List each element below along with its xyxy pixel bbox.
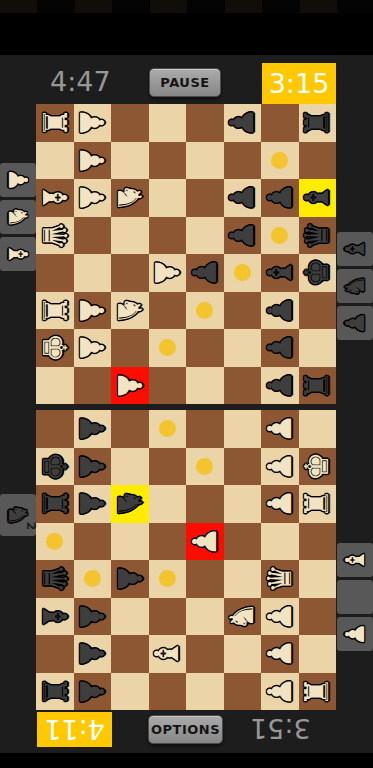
square-r4c6[interactable] (224, 523, 262, 561)
square-r1c1[interactable] (36, 410, 74, 448)
captured-piece-slot: ♝ (337, 543, 373, 577)
square-r1c8[interactable]: ♜ (299, 104, 337, 142)
square-r4c8[interactable] (299, 523, 337, 561)
piece-bP: ♟ (74, 676, 111, 706)
move-hint-dot[interactable] (159, 420, 176, 437)
square-r8c1[interactable] (36, 367, 74, 405)
captured-piece-slot: ♟ (337, 617, 373, 651)
square-r4c5[interactable] (186, 217, 224, 255)
square-r2c4[interactable] (149, 448, 187, 486)
square-r8c7[interactable]: ♟ (261, 673, 299, 711)
piece-wQ: ♛ (261, 564, 298, 594)
bottom-bar: 4:11 OPTIONS 3:51 (0, 708, 373, 758)
top-board-right-capture-tray: ♝♞♟ (337, 232, 373, 340)
square-r8c7[interactable]: ♟ (261, 367, 299, 405)
square-r4c1[interactable] (36, 523, 74, 561)
piece-wN: ♞ (111, 295, 148, 325)
square-r6c7[interactable]: ♟ (261, 598, 299, 636)
piece-bB: ♝ (299, 183, 336, 213)
square-r6c8[interactable] (299, 598, 337, 636)
piece-wP: ♟ (74, 183, 111, 213)
square-r3c7[interactable]: ♟ (261, 485, 299, 523)
piece-bN: ♞ (111, 489, 148, 519)
square-r8c5[interactable] (186, 673, 224, 711)
piece-wP: ♟ (74, 108, 111, 138)
bottom-right-timer: 3:51 (250, 713, 311, 744)
options-button[interactable]: OPTIONS (148, 715, 223, 744)
square-r7c7[interactable]: ♟ (261, 329, 299, 367)
bottom-left-timer-active: 4:11 (37, 712, 112, 747)
square-r6c7[interactable]: ♟ (261, 292, 299, 330)
square-r5c3[interactable] (111, 254, 149, 292)
captured-piece-bN: ♞ (340, 274, 370, 297)
square-r4c5[interactable]: ♟ (186, 523, 224, 561)
piece-wR: ♜ (299, 676, 336, 706)
square-r8c2[interactable]: ♟ (74, 673, 112, 711)
captured-piece-bP: ♟ (340, 311, 370, 334)
square-r7c3[interactable] (111, 329, 149, 367)
piece-bK: ♚ (299, 258, 336, 288)
square-r8c3[interactable] (111, 673, 149, 711)
square-r1c2[interactable]: ♟ (74, 410, 112, 448)
square-r6c5[interactable] (186, 598, 224, 636)
captured-piece-slot: ♞ (337, 269, 373, 303)
captured-piece-bB: ♝ (340, 237, 370, 260)
square-r4c4[interactable] (149, 523, 187, 561)
captured-piece-wN: ♞ (3, 205, 33, 228)
square-r1c4[interactable] (149, 410, 187, 448)
square-r3c5[interactable] (186, 179, 224, 217)
square-r5c2[interactable] (74, 254, 112, 292)
square-r4c2[interactable] (74, 217, 112, 255)
piece-wP: ♟ (186, 526, 223, 556)
square-r2c4[interactable] (149, 142, 187, 180)
square-r2c3[interactable] (111, 142, 149, 180)
square-r1c6[interactable]: ♟ (224, 104, 262, 142)
piece-bP: ♟ (74, 489, 111, 519)
piece-wP: ♟ (261, 489, 298, 519)
square-r1c1[interactable]: ♜ (36, 104, 74, 142)
piece-wR: ♜ (36, 295, 73, 325)
square-r5c4[interactable] (149, 560, 187, 598)
captured-piece-slot: ♟ (0, 163, 36, 197)
piece-bP: ♟ (186, 258, 223, 288)
square-r6c6[interactable] (224, 292, 262, 330)
move-hint-dot[interactable] (159, 339, 176, 356)
square-r4c1[interactable]: ♛ (36, 217, 74, 255)
square-r5c6[interactable] (224, 560, 262, 598)
piece-wK: ♚ (36, 333, 73, 363)
captured-piece-wB: ♝ (340, 548, 370, 571)
square-r3c2[interactable]: ♟ (74, 485, 112, 523)
square-r4c4[interactable] (149, 217, 187, 255)
square-r7c2[interactable]: ♟ (74, 635, 112, 673)
piece-bQ: ♛ (299, 220, 336, 250)
square-r7c4[interactable] (149, 329, 187, 367)
square-r8c8[interactable]: ♜ (299, 673, 337, 711)
square-r3c3[interactable]: ♞ (111, 485, 149, 523)
square-r7c5[interactable] (186, 329, 224, 367)
square-r6c4[interactable] (149, 598, 187, 636)
move-hint-dot[interactable] (271, 152, 288, 169)
square-r7c1[interactable] (36, 635, 74, 673)
piece-bP: ♟ (74, 639, 111, 669)
piece-wP: ♟ (74, 333, 111, 363)
move-hint-dot[interactable] (271, 227, 288, 244)
square-r4c7[interactable] (261, 217, 299, 255)
piece-wP: ♟ (261, 639, 298, 669)
square-r3c8[interactable]: ♜ (299, 485, 337, 523)
square-r2c8[interactable] (299, 142, 337, 180)
piece-bP: ♟ (261, 370, 298, 400)
square-r3c2[interactable]: ♟ (74, 179, 112, 217)
square-r7c4[interactable]: ♝ (149, 635, 187, 673)
square-r2c1[interactable]: ♚ (36, 448, 74, 486)
square-r2c5[interactable] (186, 142, 224, 180)
square-r6c5[interactable] (186, 292, 224, 330)
square-r8c6[interactable] (224, 367, 262, 405)
square-r1c2[interactable]: ♟ (74, 104, 112, 142)
square-r4c3[interactable] (111, 523, 149, 561)
square-r7c1[interactable]: ♚ (36, 329, 74, 367)
square-r8c3[interactable]: ♟ (111, 367, 149, 405)
captured-piece-slot: ♞2 (0, 494, 36, 536)
piece-wP: ♟ (261, 601, 298, 631)
piece-wP: ♟ (74, 145, 111, 175)
square-r6c3[interactable] (111, 598, 149, 636)
piece-wP: ♟ (261, 451, 298, 481)
square-r7c6[interactable] (224, 329, 262, 367)
bottom-board-left-capture-tray: ♞2 (0, 494, 36, 536)
square-r2c6[interactable] (224, 448, 262, 486)
square-r3c6[interactable]: ♟ (224, 179, 262, 217)
square-r6c2[interactable]: ♟ (74, 292, 112, 330)
piece-wQ: ♛ (36, 220, 73, 250)
piece-wN: ♞ (224, 601, 261, 631)
square-r3c3[interactable]: ♞ (111, 179, 149, 217)
piece-bB: ♝ (36, 601, 73, 631)
square-r5c5[interactable]: ♟ (186, 254, 224, 292)
top-board-left-capture-tray: ♟♞♝ (0, 163, 36, 271)
square-r3c1[interactable]: ♝ (36, 179, 74, 217)
square-r2c3[interactable] (111, 448, 149, 486)
bottom-chess-board: ♟♟♚♟♟♚♜♟♞♟♜♟♛♟♛♝♟♞♟♟♝♟♜♟♟♜ (36, 410, 336, 710)
square-r6c8[interactable] (299, 292, 337, 330)
square-r8c5[interactable] (186, 367, 224, 405)
piece-bP: ♟ (111, 564, 148, 594)
square-r1c8[interactable] (299, 410, 337, 448)
square-r8c4[interactable] (149, 367, 187, 405)
square-r2c8[interactable]: ♚ (299, 448, 337, 486)
piece-bP: ♟ (261, 295, 298, 325)
square-r6c1[interactable]: ♝ (36, 598, 74, 636)
piece-wP: ♟ (149, 258, 186, 288)
top-checker-strip (0, 0, 373, 13)
piece-bP: ♟ (74, 414, 111, 444)
square-r1c7[interactable]: ♟ (261, 410, 299, 448)
square-r1c5[interactable] (186, 104, 224, 142)
app-screen: 4:47 PAUSE 3:15 ♜♟♟♜♟♝♟♞♟♟♝♛♟♛♟♟♝♚♜♟♞♟♚♟… (0, 0, 373, 768)
piece-bP: ♟ (261, 183, 298, 213)
square-r2c7[interactable] (261, 142, 299, 180)
piece-bR: ♜ (36, 676, 73, 706)
move-hint-dot[interactable] (46, 533, 63, 550)
square-r7c8[interactable] (299, 635, 337, 673)
square-r5c8[interactable] (299, 560, 337, 598)
square-r4c2[interactable] (74, 523, 112, 561)
piece-wK: ♚ (299, 451, 336, 481)
square-r7c8[interactable] (299, 329, 337, 367)
captured-piece-slot: ♞ (0, 200, 36, 234)
captured-piece-wP: ♟ (3, 168, 33, 191)
square-r4c6[interactable]: ♟ (224, 217, 262, 255)
piece-bR: ♜ (299, 108, 336, 138)
captured-piece-slot: ♝ (337, 232, 373, 266)
move-hint-dot[interactable] (84, 570, 101, 587)
square-r3c1[interactable]: ♜ (36, 485, 74, 523)
square-r2c6[interactable] (224, 142, 262, 180)
piece-wN: ♞ (111, 183, 148, 213)
square-r6c6[interactable]: ♞ (224, 598, 262, 636)
square-r5c2[interactable] (74, 560, 112, 598)
piece-bR: ♜ (36, 489, 73, 519)
top-bar: 4:47 PAUSE 3:15 (0, 58, 373, 108)
square-r5c8[interactable]: ♚ (299, 254, 337, 292)
square-r5c1[interactable]: ♛ (36, 560, 74, 598)
square-r1c3[interactable] (111, 410, 149, 448)
captured-piece-wB: ♝ (3, 242, 33, 265)
square-r3c8[interactable]: ♝ (299, 179, 337, 217)
square-r4c7[interactable] (261, 523, 299, 561)
square-r8c2[interactable] (74, 367, 112, 405)
top-right-timer-active: 3:15 (262, 63, 336, 104)
square-r7c2[interactable]: ♟ (74, 329, 112, 367)
square-r7c5[interactable] (186, 635, 224, 673)
piece-wP: ♟ (111, 370, 148, 400)
square-r1c4[interactable] (149, 104, 187, 142)
move-hint-dot[interactable] (196, 302, 213, 319)
square-r5c3[interactable]: ♟ (111, 560, 149, 598)
square-r2c2[interactable]: ♟ (74, 448, 112, 486)
square-r1c6[interactable] (224, 410, 262, 448)
top-chess-board: ♜♟♟♜♟♝♟♞♟♟♝♛♟♛♟♟♝♚♜♟♞♟♚♟♟♟♟♜ (36, 104, 336, 404)
piece-wB: ♝ (36, 183, 73, 213)
square-r7c3[interactable] (111, 635, 149, 673)
square-r1c3[interactable] (111, 104, 149, 142)
piece-wP: ♟ (261, 414, 298, 444)
piece-wR: ♜ (36, 108, 73, 138)
move-hint-dot[interactable] (159, 570, 176, 587)
square-r5c5[interactable] (186, 560, 224, 598)
captured-piece-slot: ♟ (337, 306, 373, 340)
move-hint-dot[interactable] (234, 264, 251, 281)
square-r1c5[interactable] (186, 410, 224, 448)
square-r5c1[interactable] (36, 254, 74, 292)
pause-button[interactable]: PAUSE (149, 68, 221, 97)
piece-bP: ♟ (74, 451, 111, 481)
square-r8c6[interactable] (224, 673, 262, 711)
square-r1c7[interactable] (261, 104, 299, 142)
square-r6c3[interactable]: ♞ (111, 292, 149, 330)
square-r6c4[interactable] (149, 292, 187, 330)
piece-bP: ♟ (224, 183, 261, 213)
square-r2c5[interactable] (186, 448, 224, 486)
square-r7c6[interactable] (224, 635, 262, 673)
square-r2c2[interactable]: ♟ (74, 142, 112, 180)
piece-bP: ♟ (261, 333, 298, 363)
square-r3c4[interactable] (149, 179, 187, 217)
square-r4c3[interactable] (111, 217, 149, 255)
piece-wR: ♜ (299, 489, 336, 519)
piece-bK: ♚ (36, 451, 73, 481)
top-left-timer: 4:47 (50, 66, 111, 97)
square-r3c7[interactable]: ♟ (261, 179, 299, 217)
piece-wB: ♝ (149, 639, 186, 669)
square-r6c1[interactable]: ♜ (36, 292, 74, 330)
square-r3c5[interactable] (186, 485, 224, 523)
piece-bQ: ♛ (36, 564, 73, 594)
piece-wP: ♟ (261, 676, 298, 706)
captured-piece-slot (337, 580, 373, 614)
piece-bR: ♜ (299, 370, 336, 400)
piece-bP: ♟ (224, 220, 261, 250)
captured-piece-slot: ♝ (0, 237, 36, 271)
square-r7c7[interactable]: ♟ (261, 635, 299, 673)
square-r5c7[interactable]: ♛ (261, 560, 299, 598)
square-r5c6[interactable] (224, 254, 262, 292)
square-r5c4[interactable]: ♟ (149, 254, 187, 292)
captured-piece-wP: ♟ (340, 622, 370, 645)
square-r8c1[interactable]: ♜ (36, 673, 74, 711)
square-r4c8[interactable]: ♛ (299, 217, 337, 255)
square-r2c7[interactable]: ♟ (261, 448, 299, 486)
square-r5c7[interactable]: ♝ (261, 254, 299, 292)
square-r3c6[interactable] (224, 485, 262, 523)
captured-piece-count: 2 (24, 522, 38, 530)
bottom-board-right-capture-tray: ♝♟ (337, 543, 373, 651)
move-hint-dot[interactable] (196, 458, 213, 475)
piece-bP: ♟ (74, 601, 111, 631)
square-r6c2[interactable]: ♟ (74, 598, 112, 636)
piece-wP: ♟ (74, 295, 111, 325)
piece-bP: ♟ (224, 108, 261, 138)
piece-bB: ♝ (261, 258, 298, 288)
square-r8c8[interactable]: ♜ (299, 367, 337, 405)
square-r3c4[interactable] (149, 485, 187, 523)
square-r8c4[interactable] (149, 673, 187, 711)
square-r2c1[interactable] (36, 142, 74, 180)
